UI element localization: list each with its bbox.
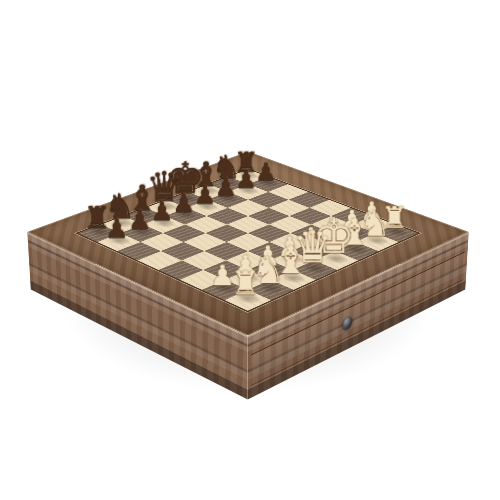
drawer-knob xyxy=(343,315,353,332)
light-rook-glyph: ♜ xyxy=(213,267,279,300)
dark-pawn-glyph: ♟ xyxy=(86,215,147,241)
product-photo: ♜♟♞♟♝♟♚♟♛♟♝♟♞♟♟♜♜♟♟♞♟♝♟♚♟♛♟♝♟♞♟♜ xyxy=(0,0,500,500)
